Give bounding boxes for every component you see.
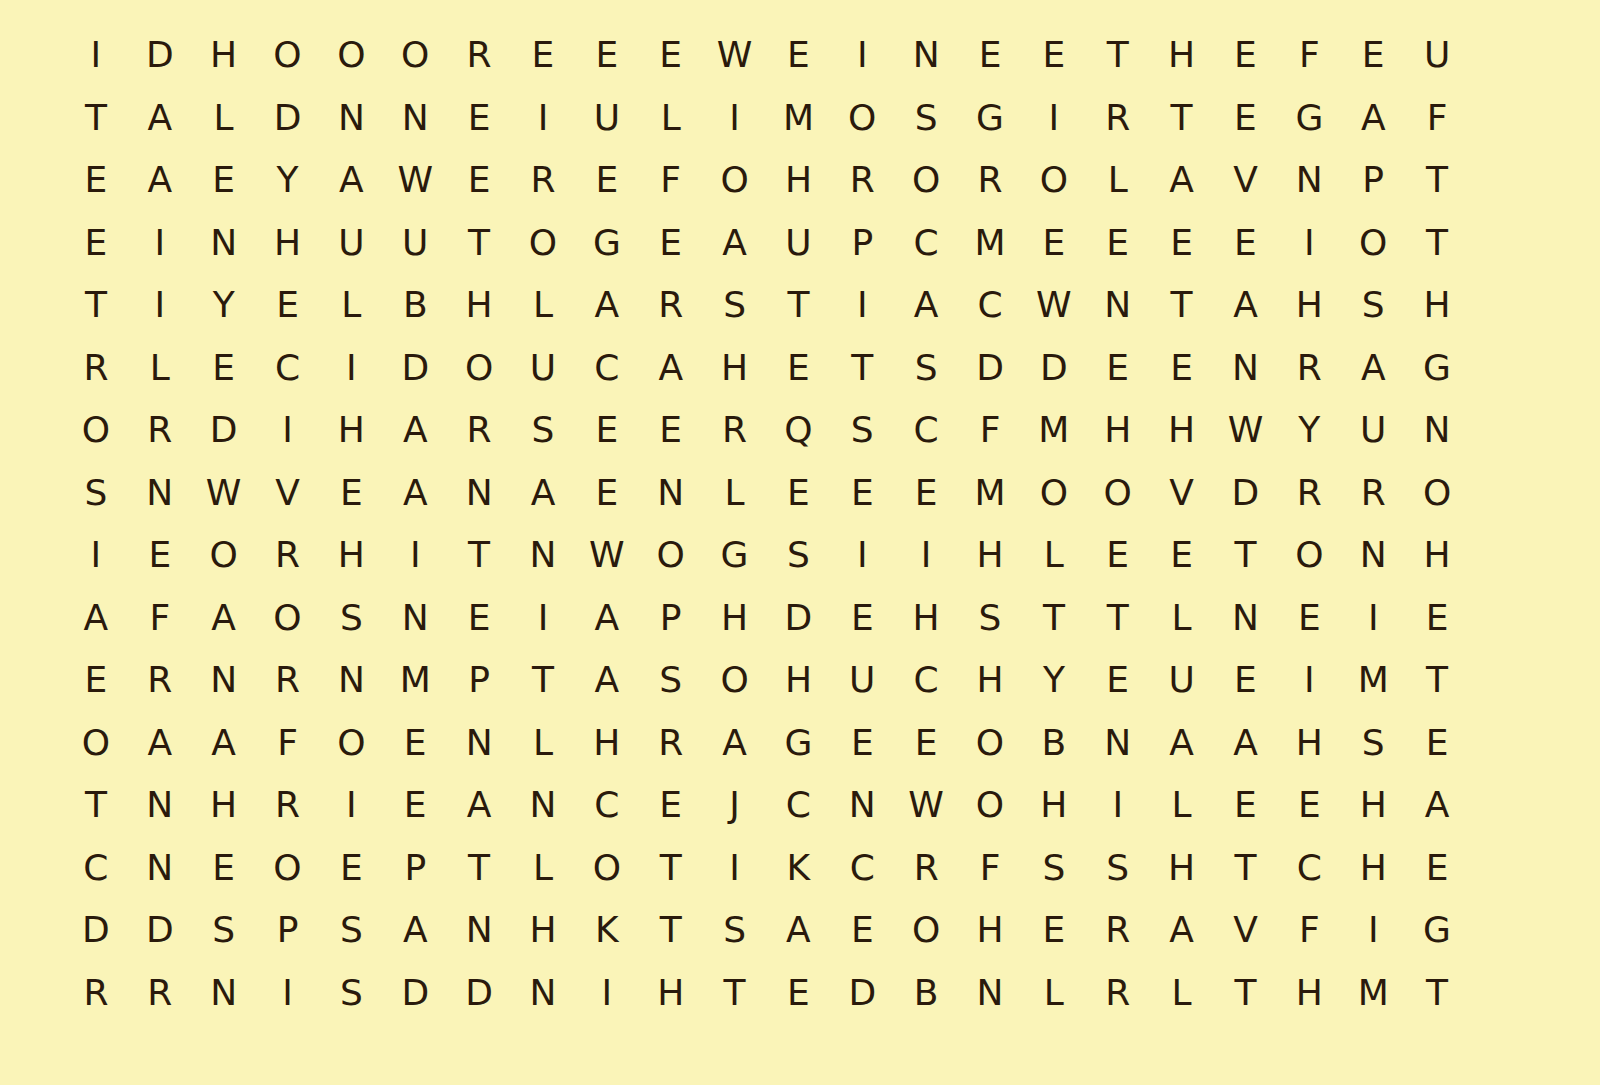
grid-cell[interactable]: P [256, 899, 320, 962]
grid-cell[interactable]: A [383, 462, 447, 525]
grid-cell[interactable]: E [64, 649, 128, 712]
grid-cell[interactable]: W [575, 524, 639, 587]
grid-cell[interactable]: I [1086, 774, 1150, 837]
grid-cell[interactable]: R [64, 337, 128, 400]
grid-cell[interactable]: S [1341, 274, 1405, 337]
grid-cell[interactable]: A [128, 712, 192, 775]
grid-cell[interactable]: D [447, 962, 511, 1025]
grid-cell[interactable]: C [575, 774, 639, 837]
grid-cell[interactable]: T [1214, 524, 1278, 587]
grid-cell[interactable]: A [64, 587, 128, 650]
grid-cell[interactable]: W [192, 462, 256, 525]
grid-cell[interactable]: A [703, 212, 767, 275]
grid-cell[interactable]: E [1150, 212, 1214, 275]
grid-cell[interactable]: N [958, 962, 1022, 1025]
grid-cell[interactable]: O [894, 149, 958, 212]
grid-cell[interactable]: E [383, 712, 447, 775]
grid-cell[interactable]: S [1086, 837, 1150, 900]
grid-cell[interactable]: F [1277, 899, 1341, 962]
grid-cell[interactable]: O [319, 24, 383, 87]
grid-cell[interactable]: S [192, 899, 256, 962]
grid-cell[interactable]: U [1341, 399, 1405, 462]
grid-cell[interactable]: I [830, 524, 894, 587]
grid-cell[interactable]: A [1150, 712, 1214, 775]
grid-cell[interactable]: N [511, 774, 575, 837]
grid-cell[interactable]: N [383, 87, 447, 150]
grid-cell[interactable]: H [1086, 399, 1150, 462]
grid-cell[interactable]: I [1277, 649, 1341, 712]
grid-cell[interactable]: G [1405, 899, 1469, 962]
grid-cell[interactable]: E [319, 837, 383, 900]
grid-cell[interactable]: I [256, 962, 320, 1025]
grid-cell[interactable]: D [256, 87, 320, 150]
grid-cell[interactable]: T [766, 274, 830, 337]
grid-cell[interactable]: I [511, 87, 575, 150]
grid-cell[interactable]: I [703, 837, 767, 900]
grid-cell[interactable]: O [703, 149, 767, 212]
grid-cell[interactable]: R [64, 962, 128, 1025]
grid-cell[interactable]: T [447, 212, 511, 275]
grid-cell[interactable]: L [1022, 962, 1086, 1025]
grid-cell[interactable]: J [703, 774, 767, 837]
grid-cell[interactable]: E [575, 149, 639, 212]
grid-cell[interactable]: E [192, 337, 256, 400]
grid-cell[interactable]: C [575, 337, 639, 400]
grid-cell[interactable]: H [639, 962, 703, 1025]
grid-cell[interactable]: H [1150, 24, 1214, 87]
grid-cell[interactable]: T [1405, 212, 1469, 275]
grid-cell[interactable]: E [575, 399, 639, 462]
grid-cell[interactable]: A [575, 274, 639, 337]
grid-cell[interactable]: T [447, 837, 511, 900]
grid-cell[interactable]: N [1277, 149, 1341, 212]
grid-cell[interactable]: N [192, 649, 256, 712]
grid-cell[interactable]: R [128, 962, 192, 1025]
grid-cell[interactable]: S [894, 87, 958, 150]
grid-cell[interactable]: A [128, 87, 192, 150]
grid-cell[interactable]: I [128, 212, 192, 275]
grid-cell[interactable]: O [894, 899, 958, 962]
grid-cell[interactable]: T [64, 274, 128, 337]
grid-cell[interactable]: F [1277, 24, 1341, 87]
grid-cell[interactable]: H [1405, 524, 1469, 587]
grid-cell[interactable]: W [894, 774, 958, 837]
grid-cell[interactable]: E [766, 337, 830, 400]
grid-cell[interactable]: F [1405, 87, 1469, 150]
grid-cell[interactable]: R [1341, 462, 1405, 525]
grid-cell[interactable]: I [1277, 212, 1341, 275]
grid-cell[interactable]: L [703, 462, 767, 525]
grid-cell[interactable]: C [958, 274, 1022, 337]
grid-cell[interactable]: O [575, 837, 639, 900]
grid-cell[interactable]: E [639, 24, 703, 87]
grid-cell[interactable]: R [703, 399, 767, 462]
grid-cell[interactable]: G [1405, 337, 1469, 400]
grid-cell[interactable]: S [703, 274, 767, 337]
grid-cell[interactable]: V [1150, 462, 1214, 525]
grid-cell[interactable]: E [447, 587, 511, 650]
grid-cell[interactable]: E [64, 212, 128, 275]
grid-cell[interactable]: T [447, 524, 511, 587]
grid-cell[interactable]: E [958, 24, 1022, 87]
grid-cell[interactable]: I [1341, 899, 1405, 962]
grid-cell[interactable]: H [1022, 774, 1086, 837]
grid-cell[interactable]: E [766, 462, 830, 525]
grid-cell[interactable]: D [1214, 462, 1278, 525]
grid-cell[interactable]: H [1405, 274, 1469, 337]
grid-cell[interactable]: E [192, 837, 256, 900]
grid-cell[interactable]: T [1086, 587, 1150, 650]
grid-cell[interactable]: E [1022, 24, 1086, 87]
grid-cell[interactable]: H [958, 899, 1022, 962]
grid-cell[interactable]: T [1150, 274, 1214, 337]
grid-cell[interactable]: E [1150, 524, 1214, 587]
grid-cell[interactable]: O [192, 524, 256, 587]
grid-cell[interactable]: O [639, 524, 703, 587]
grid-cell[interactable]: N [319, 649, 383, 712]
grid-cell[interactable]: M [1022, 399, 1086, 462]
grid-cell[interactable]: R [1277, 462, 1341, 525]
grid-cell[interactable]: D [128, 899, 192, 962]
grid-cell[interactable]: H [703, 587, 767, 650]
grid-cell[interactable]: L [1022, 524, 1086, 587]
grid-cell[interactable]: K [766, 837, 830, 900]
grid-cell[interactable]: E [447, 87, 511, 150]
grid-cell[interactable]: N [1341, 524, 1405, 587]
grid-cell[interactable]: H [958, 649, 1022, 712]
grid-cell[interactable]: L [128, 337, 192, 400]
grid-cell[interactable]: H [1341, 774, 1405, 837]
grid-cell[interactable]: G [703, 524, 767, 587]
grid-cell[interactable]: E [192, 149, 256, 212]
grid-cell[interactable]: N [128, 774, 192, 837]
grid-cell[interactable]: H [192, 24, 256, 87]
grid-cell[interactable]: A [383, 899, 447, 962]
grid-cell[interactable]: I [703, 87, 767, 150]
grid-cell[interactable]: W [703, 24, 767, 87]
grid-cell[interactable]: D [830, 962, 894, 1025]
grid-cell[interactable]: O [1341, 212, 1405, 275]
grid-cell[interactable]: R [1086, 87, 1150, 150]
grid-cell[interactable]: E [383, 774, 447, 837]
grid-cell[interactable]: H [1277, 962, 1341, 1025]
grid-cell[interactable]: F [639, 149, 703, 212]
grid-cell[interactable]: N [511, 524, 575, 587]
grid-cell[interactable]: L [319, 274, 383, 337]
grid-cell[interactable]: H [1341, 837, 1405, 900]
grid-cell[interactable]: H [1277, 274, 1341, 337]
grid-cell[interactable]: G [1277, 87, 1341, 150]
grid-cell[interactable]: E [894, 462, 958, 525]
grid-cell[interactable]: U [1150, 649, 1214, 712]
grid-cell[interactable]: M [766, 87, 830, 150]
grid-cell[interactable]: D [128, 24, 192, 87]
grid-cell[interactable]: R [128, 649, 192, 712]
grid-cell[interactable]: T [1405, 649, 1469, 712]
grid-cell[interactable]: E [1086, 524, 1150, 587]
grid-cell[interactable]: P [447, 649, 511, 712]
grid-cell[interactable]: E [1022, 212, 1086, 275]
grid-cell[interactable]: O [703, 649, 767, 712]
grid-cell[interactable]: A [1214, 712, 1278, 775]
grid-cell[interactable]: M [383, 649, 447, 712]
grid-cell[interactable]: I [319, 337, 383, 400]
grid-cell[interactable]: R [639, 274, 703, 337]
grid-cell[interactable]: H [447, 274, 511, 337]
grid-cell[interactable]: N [192, 962, 256, 1025]
grid-cell[interactable]: O [830, 87, 894, 150]
grid-cell[interactable]: I [383, 524, 447, 587]
grid-cell[interactable]: K [575, 899, 639, 962]
grid-cell[interactable]: R [447, 399, 511, 462]
grid-cell[interactable]: S [319, 899, 383, 962]
grid-cell[interactable]: O [64, 712, 128, 775]
grid-cell[interactable]: P [1341, 149, 1405, 212]
grid-cell[interactable]: E [575, 24, 639, 87]
grid-cell[interactable]: E [1150, 337, 1214, 400]
grid-cell[interactable]: E [894, 712, 958, 775]
grid-cell[interactable]: A [511, 462, 575, 525]
grid-cell[interactable]: S [894, 337, 958, 400]
grid-cell[interactable]: N [894, 24, 958, 87]
grid-cell[interactable]: I [511, 587, 575, 650]
grid-cell[interactable]: E [256, 274, 320, 337]
grid-cell[interactable]: D [383, 337, 447, 400]
grid-cell[interactable]: D [1022, 337, 1086, 400]
grid-cell[interactable]: E [128, 524, 192, 587]
grid-cell[interactable]: N [192, 212, 256, 275]
grid-cell[interactable]: S [830, 399, 894, 462]
grid-cell[interactable]: A [575, 587, 639, 650]
grid-cell[interactable]: O [1277, 524, 1341, 587]
grid-cell[interactable]: A [447, 774, 511, 837]
grid-cell[interactable]: A [1341, 337, 1405, 400]
grid-cell[interactable]: U [1405, 24, 1469, 87]
grid-cell[interactable]: L [192, 87, 256, 150]
grid-cell[interactable]: L [1150, 774, 1214, 837]
grid-cell[interactable]: T [1405, 149, 1469, 212]
grid-cell[interactable]: W [1214, 399, 1278, 462]
grid-cell[interactable]: A [639, 337, 703, 400]
grid-cell[interactable]: I [830, 274, 894, 337]
grid-cell[interactable]: O [256, 24, 320, 87]
grid-cell[interactable]: N [128, 837, 192, 900]
grid-cell[interactable]: E [1277, 587, 1341, 650]
grid-cell[interactable]: R [1277, 337, 1341, 400]
grid-cell[interactable]: N [319, 87, 383, 150]
grid-cell[interactable]: E [1277, 774, 1341, 837]
grid-cell[interactable]: F [958, 399, 1022, 462]
grid-cell[interactable]: A [1405, 774, 1469, 837]
grid-cell[interactable]: N [1214, 587, 1278, 650]
grid-cell[interactable]: R [1086, 899, 1150, 962]
grid-cell[interactable]: I [830, 24, 894, 87]
grid-cell[interactable]: E [1214, 24, 1278, 87]
grid-cell[interactable]: G [575, 212, 639, 275]
grid-cell[interactable]: N [447, 462, 511, 525]
grid-cell[interactable]: C [894, 399, 958, 462]
grid-cell[interactable]: D [383, 962, 447, 1025]
grid-cell[interactable]: T [830, 337, 894, 400]
grid-cell[interactable]: C [1277, 837, 1341, 900]
grid-cell[interactable]: A [1150, 149, 1214, 212]
grid-cell[interactable]: I [128, 274, 192, 337]
grid-cell[interactable]: T [1022, 587, 1086, 650]
grid-cell[interactable]: L [639, 87, 703, 150]
grid-cell[interactable]: E [319, 462, 383, 525]
grid-cell[interactable]: M [1341, 649, 1405, 712]
grid-cell[interactable]: B [894, 962, 958, 1025]
grid-cell[interactable]: G [766, 712, 830, 775]
grid-cell[interactable]: O [383, 24, 447, 87]
grid-cell[interactable]: E [1022, 899, 1086, 962]
grid-cell[interactable]: W [1022, 274, 1086, 337]
grid-cell[interactable]: C [894, 649, 958, 712]
grid-cell[interactable]: R [894, 837, 958, 900]
grid-cell[interactable]: E [639, 212, 703, 275]
grid-cell[interactable]: S [639, 649, 703, 712]
grid-cell[interactable]: H [703, 337, 767, 400]
grid-cell[interactable]: N [1086, 274, 1150, 337]
grid-cell[interactable]: I [1341, 587, 1405, 650]
grid-cell[interactable]: B [383, 274, 447, 337]
grid-cell[interactable]: H [1150, 399, 1214, 462]
grid-cell[interactable]: V [256, 462, 320, 525]
grid-cell[interactable]: G [958, 87, 1022, 150]
grid-cell[interactable]: R [256, 774, 320, 837]
grid-cell[interactable]: E [1405, 837, 1469, 900]
grid-cell[interactable]: P [639, 587, 703, 650]
grid-cell[interactable]: L [511, 837, 575, 900]
grid-cell[interactable]: N [1405, 399, 1469, 462]
grid-cell[interactable]: A [319, 149, 383, 212]
grid-cell[interactable]: Y [256, 149, 320, 212]
grid-cell[interactable]: T [1214, 837, 1278, 900]
grid-cell[interactable]: R [128, 399, 192, 462]
grid-cell[interactable]: T [64, 87, 128, 150]
grid-cell[interactable]: T [1214, 962, 1278, 1025]
grid-cell[interactable]: L [1150, 587, 1214, 650]
grid-cell[interactable]: E [1214, 87, 1278, 150]
grid-cell[interactable]: D [192, 399, 256, 462]
grid-cell[interactable]: U [830, 649, 894, 712]
grid-cell[interactable]: S [958, 587, 1022, 650]
grid-cell[interactable]: H [192, 774, 256, 837]
grid-cell[interactable]: E [766, 962, 830, 1025]
grid-cell[interactable]: E [830, 462, 894, 525]
grid-cell[interactable]: O [511, 212, 575, 275]
grid-cell[interactable]: H [319, 524, 383, 587]
grid-cell[interactable]: S [64, 462, 128, 525]
grid-cell[interactable]: O [1086, 462, 1150, 525]
grid-cell[interactable]: R [958, 149, 1022, 212]
grid-cell[interactable]: E [1214, 774, 1278, 837]
grid-cell[interactable]: O [319, 712, 383, 775]
grid-cell[interactable]: H [958, 524, 1022, 587]
grid-cell[interactable]: E [575, 462, 639, 525]
grid-cell[interactable]: A [128, 149, 192, 212]
grid-cell[interactable]: I [575, 962, 639, 1025]
grid-cell[interactable]: V [1214, 899, 1278, 962]
grid-cell[interactable]: C [64, 837, 128, 900]
grid-cell[interactable]: L [1086, 149, 1150, 212]
grid-cell[interactable]: Q [766, 399, 830, 462]
grid-cell[interactable]: O [958, 712, 1022, 775]
grid-cell[interactable]: R [511, 149, 575, 212]
grid-cell[interactable]: N [383, 587, 447, 650]
grid-cell[interactable]: I [1022, 87, 1086, 150]
grid-cell[interactable]: M [1341, 962, 1405, 1025]
grid-cell[interactable]: S [1341, 712, 1405, 775]
grid-cell[interactable]: O [1022, 149, 1086, 212]
grid-cell[interactable]: A [894, 274, 958, 337]
grid-cell[interactable]: T [1150, 87, 1214, 150]
grid-cell[interactable]: N [128, 462, 192, 525]
grid-cell[interactable]: Y [1022, 649, 1086, 712]
grid-cell[interactable]: A [766, 899, 830, 962]
grid-cell[interactable]: E [511, 24, 575, 87]
grid-cell[interactable]: U [319, 212, 383, 275]
grid-cell[interactable]: H [511, 899, 575, 962]
grid-cell[interactable]: C [894, 212, 958, 275]
grid-cell[interactable]: C [766, 774, 830, 837]
grid-cell[interactable]: E [766, 24, 830, 87]
grid-cell[interactable]: E [1405, 587, 1469, 650]
grid-cell[interactable]: T [64, 774, 128, 837]
grid-cell[interactable]: A [1341, 87, 1405, 150]
grid-cell[interactable]: T [639, 899, 703, 962]
grid-cell[interactable]: U [383, 212, 447, 275]
grid-cell[interactable]: N [1086, 712, 1150, 775]
grid-cell[interactable]: H [766, 149, 830, 212]
grid-cell[interactable]: C [830, 837, 894, 900]
grid-cell[interactable]: R [1086, 962, 1150, 1025]
grid-cell[interactable]: H [256, 212, 320, 275]
grid-cell[interactable]: W [383, 149, 447, 212]
grid-cell[interactable]: O [1405, 462, 1469, 525]
grid-cell[interactable]: E [1214, 649, 1278, 712]
grid-cell[interactable]: A [1214, 274, 1278, 337]
grid-cell[interactable]: E [447, 149, 511, 212]
grid-cell[interactable]: E [830, 712, 894, 775]
grid-cell[interactable]: H [766, 649, 830, 712]
grid-cell[interactable]: B [1022, 712, 1086, 775]
grid-cell[interactable]: I [894, 524, 958, 587]
grid-cell[interactable]: E [1214, 212, 1278, 275]
grid-cell[interactable]: T [1405, 962, 1469, 1025]
grid-cell[interactable]: U [511, 337, 575, 400]
grid-cell[interactable]: S [319, 962, 383, 1025]
grid-cell[interactable]: Y [1277, 399, 1341, 462]
grid-cell[interactable]: R [256, 649, 320, 712]
grid-cell[interactable]: U [575, 87, 639, 150]
grid-cell[interactable]: Y [192, 274, 256, 337]
grid-cell[interactable]: A [703, 712, 767, 775]
grid-cell[interactable]: E [830, 899, 894, 962]
grid-cell[interactable]: R [639, 712, 703, 775]
grid-cell[interactable]: M [958, 212, 1022, 275]
grid-cell[interactable]: L [511, 712, 575, 775]
grid-cell[interactable]: E [1086, 212, 1150, 275]
grid-cell[interactable]: F [128, 587, 192, 650]
grid-cell[interactable]: R [830, 149, 894, 212]
grid-cell[interactable]: H [1277, 712, 1341, 775]
grid-cell[interactable]: T [703, 962, 767, 1025]
grid-cell[interactable]: H [894, 587, 958, 650]
grid-cell[interactable]: L [1150, 962, 1214, 1025]
grid-cell[interactable]: S [319, 587, 383, 650]
grid-cell[interactable]: I [64, 24, 128, 87]
